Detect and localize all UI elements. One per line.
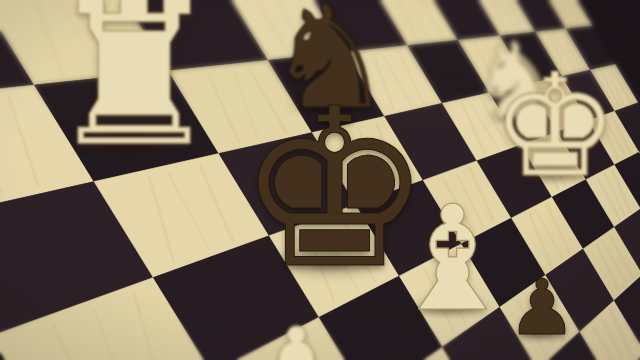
- piece-black-pawn[interactable]: ♟: [465, 270, 618, 347]
- piece-white-pawn[interactable]: ♟: [184, 313, 409, 360]
- chessboard-photo-frame: ♞♞♜♚♚♝♟♟: [0, 0, 640, 360]
